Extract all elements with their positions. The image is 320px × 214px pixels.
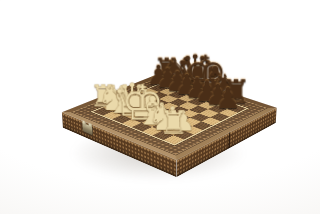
square-f6 [189,106,208,114]
photo-stage: ♜♞♝♛♚♝♞♜♟♟♟♟♟♟♟♟♟♟♟♟♟♟♟♟♜♞♝♛♚♝♞♜ [0,0,320,214]
piece-black-knight: ♞ [143,54,209,88]
piece-white-pawn: ♟ [90,85,154,111]
piece-white-knight: ♞ [80,82,145,116]
square-f3 [162,118,182,126]
piece-black-pawn: ♟ [125,62,191,89]
piece-white-rook: ♜ [71,81,135,111]
piece-black-rook: ♜ [134,54,199,85]
square-a1: ♜ [93,108,112,116]
hinge-seam [229,132,231,149]
square-d5 [160,102,179,110]
square-e4 [161,110,180,118]
piece-black-pawn: ♟ [134,65,201,92]
